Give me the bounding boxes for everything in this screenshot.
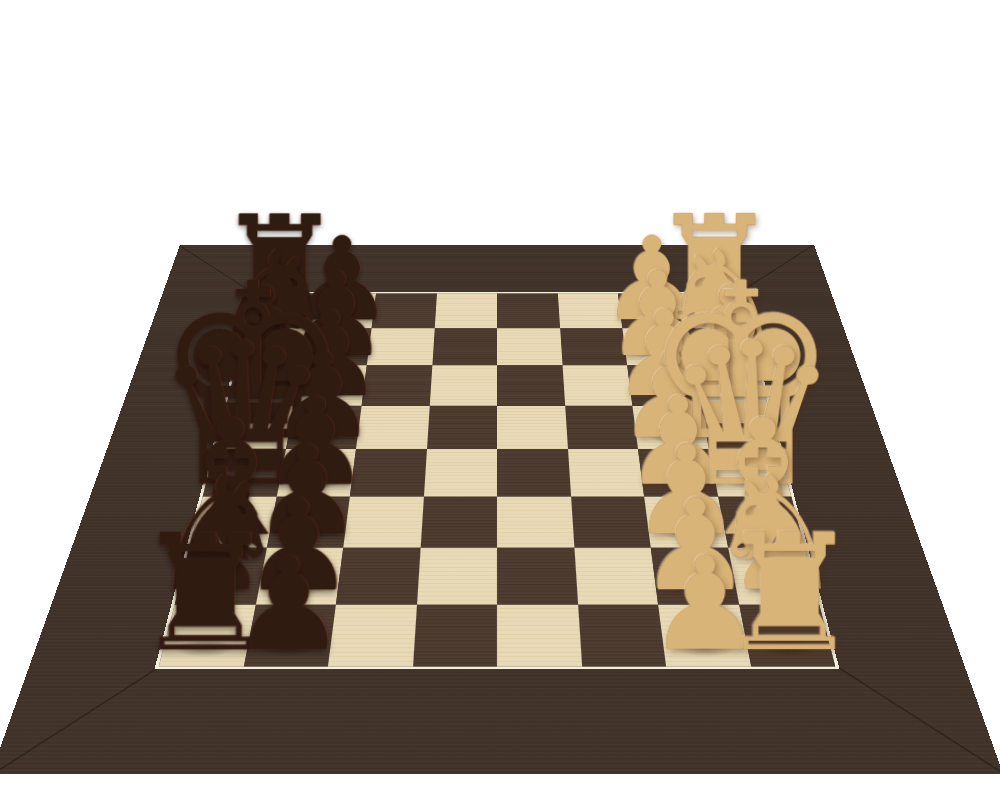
square-h5[interactable] bbox=[434, 294, 497, 329]
chess-set-photo: ♜♟♟♜♞♟♟♞♝♟♟♝♚♟♟♚♛♟♟♛♝♟♟♝♞♟♟♞♜♟♟♜ bbox=[0, 0, 1000, 800]
square-d4[interactable] bbox=[497, 449, 571, 496]
square-b5[interactable] bbox=[416, 548, 497, 604]
square-c4[interactable] bbox=[497, 496, 574, 548]
square-g4[interactable] bbox=[497, 328, 562, 365]
frame-mitre-seam bbox=[0, 666, 160, 776]
piece-white-rook-a1[interactable]: ♜ bbox=[717, 513, 861, 674]
square-f5[interactable] bbox=[429, 365, 497, 405]
piece-black-pawn-a7[interactable]: ♟ bbox=[231, 540, 347, 669]
frame-mitre-seam bbox=[835, 665, 1000, 775]
square-h4[interactable] bbox=[497, 294, 560, 329]
square-b4[interactable] bbox=[497, 548, 578, 604]
square-a7[interactable]: ♟ bbox=[243, 604, 336, 666]
square-c5[interactable] bbox=[420, 496, 497, 548]
square-e4[interactable] bbox=[497, 405, 568, 449]
square-a4[interactable] bbox=[497, 604, 582, 666]
square-d5[interactable] bbox=[423, 449, 497, 496]
square-f4[interactable] bbox=[497, 365, 565, 405]
board-grid: ♜♟♟♜♞♟♟♞♝♟♟♝♚♟♟♚♛♟♟♛♝♟♟♝♞♟♟♞♜♟♟♜ bbox=[154, 292, 839, 669]
chess-board: ♜♟♟♜♞♟♟♞♝♟♟♝♚♟♟♚♛♟♟♛♝♟♟♝♞♟♟♞♜♟♟♜ bbox=[0, 245, 1000, 774]
square-g5[interactable] bbox=[432, 328, 497, 365]
square-a1[interactable]: ♜ bbox=[739, 604, 836, 666]
square-a5[interactable] bbox=[412, 604, 497, 666]
board-scene: ♜♟♟♜♞♟♟♞♝♟♟♝♚♟♟♚♛♟♟♛♝♟♟♝♞♟♟♞♜♟♟♜ bbox=[107, 59, 887, 800]
square-e5[interactable] bbox=[427, 405, 498, 449]
